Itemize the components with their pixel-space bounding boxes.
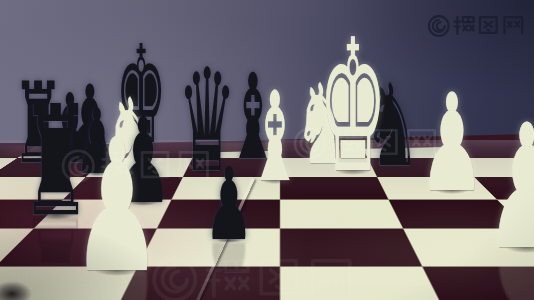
piece-white-bishop-e6[interactable]: ♝ [247,75,303,199]
corner-shadow [0,281,32,300]
piece-black-pawn-d4[interactable]: ♟ [204,155,253,255]
watermark [427,13,529,39]
piece-white-pawn-f6[interactable]: ♟ [419,76,486,211]
piece-white-pawn-f4[interactable]: ♟ [485,102,534,274]
piece-white-pawn-d3[interactable]: ♟ [72,114,163,298]
chess-photo-scene: ♜♟♟♟♜♜♚♞♟♛♝♟♟♝♞♚♞♟♟♟♟♟ [0,0,534,300]
piece-white-king-f7[interactable]: ♚ [319,15,388,198]
